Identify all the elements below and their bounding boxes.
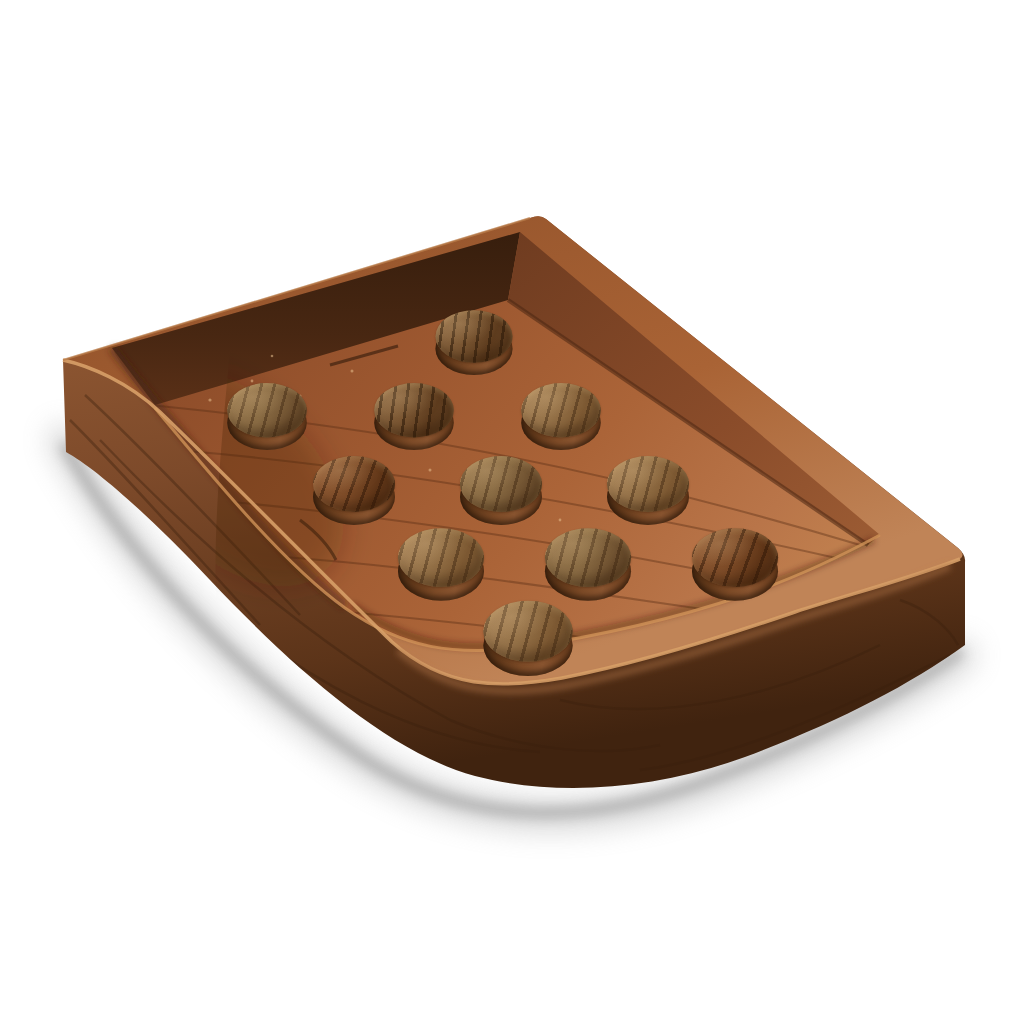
peg-top [607,456,689,512]
peg-top [521,383,601,437]
peg-top [692,528,778,587]
peg-top [398,528,484,587]
peg[interactable] [473,586,582,695]
peg-top [460,456,542,512]
peg-top [313,456,395,512]
peg-top [374,383,454,437]
peg-top [227,383,307,437]
product-photo-scene [0,0,1024,1024]
peg-top [435,310,512,363]
peg-top [545,528,631,587]
peg-top [483,601,572,662]
